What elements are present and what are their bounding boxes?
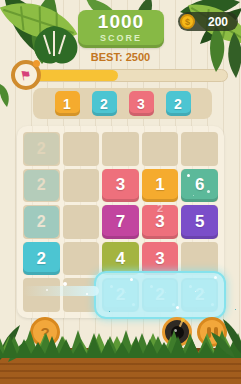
edge-leaf-icon: [0, 84, 12, 110]
game-board: 2231627325243222: [17, 126, 224, 318]
level-flag-medal-icon: ⚑: [11, 60, 41, 90]
board-cell: 2: [23, 132, 60, 166]
board-tile-1[interactable]: 1: [142, 169, 179, 203]
coin-count: 200: [208, 15, 228, 29]
coin-icon: $: [180, 14, 195, 29]
board-tile-3[interactable]: 32: [142, 205, 179, 239]
ghost-tile: 2: [24, 133, 59, 165]
queue-tray: 1232: [33, 88, 212, 119]
ghost-tile: 2: [24, 206, 59, 238]
pause-icon: [207, 327, 211, 338]
score-value: 1000: [78, 10, 164, 33]
question-mark-icon: ?: [40, 324, 49, 341]
queue-tile-2[interactable]: 2: [92, 91, 117, 116]
bomb-icon: [171, 326, 184, 339]
board-cell: [63, 242, 100, 276]
score-label: SCORE: [78, 33, 164, 43]
pause-button[interactable]: [197, 317, 227, 347]
board-cell: 2: [23, 242, 60, 276]
board-cell: 2: [23, 205, 60, 239]
coin-counter[interactable]: $ 200: [178, 12, 238, 31]
motion-streak: [23, 286, 99, 296]
board-cell: 7: [102, 205, 139, 239]
wood-ground: [0, 348, 241, 384]
board-cell: [63, 132, 100, 166]
board-tile-2[interactable]: 2: [23, 242, 60, 276]
level-progress-bar: [28, 69, 228, 82]
ghost-tile: 2: [24, 170, 59, 202]
board-cell: 32: [142, 205, 179, 239]
board-tile-3[interactable]: 3: [102, 169, 139, 203]
level-progress-fill: [29, 70, 118, 81]
board-cell: 5: [181, 205, 218, 239]
flag-icon: ⚑: [19, 67, 33, 82]
board-cell: [63, 205, 100, 239]
board-cell: 1: [142, 169, 179, 203]
board-tile-6[interactable]: 6: [181, 169, 218, 203]
bomb-booster-button[interactable]: [162, 317, 192, 347]
score-badge: 1000 SCORE: [78, 10, 164, 48]
board-cell: 6: [181, 169, 218, 203]
board-tile-5[interactable]: 5: [181, 205, 218, 239]
board-cell: 3: [102, 169, 139, 203]
queue-tile-3[interactable]: 3: [129, 91, 154, 116]
board-cell: [102, 132, 139, 166]
board-cell: [142, 132, 179, 166]
merge-selection-glow: [94, 271, 226, 319]
game-screen: 1000 SCORE $ 200 BEST: 2500 ⚑ 1232 22316…: [0, 0, 241, 384]
queue-tile-2[interactable]: 2: [166, 91, 191, 116]
board-tile-7[interactable]: 7: [102, 205, 139, 239]
board-cell: 2: [23, 169, 60, 203]
queue-tile-1[interactable]: 1: [55, 91, 80, 116]
board-cell: [63, 169, 100, 203]
board-cell: [181, 132, 218, 166]
help-button[interactable]: ?: [30, 317, 60, 347]
